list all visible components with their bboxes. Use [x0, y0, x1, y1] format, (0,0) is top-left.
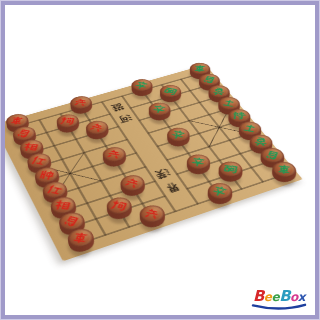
- piece-character: [169, 128, 188, 140]
- piece-character: [241, 122, 258, 133]
- piece-character: [109, 199, 129, 212]
- piece-character: [221, 98, 238, 108]
- piece-character: [264, 149, 282, 161]
- brand-letter: x: [298, 290, 305, 304]
- piece-character: [105, 148, 123, 159]
- piece-character: [9, 115, 26, 124]
- piece-character: [71, 231, 91, 244]
- river-text-char: [118, 114, 132, 123]
- piece-character: [151, 104, 167, 114]
- brand-letter: e: [264, 290, 272, 304]
- piece-character: [193, 64, 207, 72]
- piece-character: [29, 154, 49, 166]
- piece-character: [72, 97, 89, 107]
- brand-letter: B: [253, 287, 264, 305]
- river-text-char: [166, 182, 179, 192]
- piece-character: [142, 207, 161, 220]
- river-text-char: [155, 168, 171, 179]
- brand-letter: o: [290, 290, 298, 304]
- piece-character: [232, 111, 247, 120]
- piece-character: [210, 184, 230, 198]
- brand-logo: BeeBox: [247, 288, 311, 312]
- piece-character: [22, 141, 40, 151]
- piece-character: [44, 183, 64, 196]
- piece-character: [253, 136, 268, 146]
- piece-character: [122, 176, 142, 189]
- piece-character: [15, 128, 34, 139]
- piece-character: [61, 214, 82, 228]
- product-photo: BeeBox: [0, 0, 320, 320]
- piece-character: [212, 87, 226, 96]
- piece-character: [87, 121, 106, 133]
- piece-character: [222, 163, 239, 174]
- piece-character: [59, 116, 75, 125]
- piece-character: [276, 163, 292, 174]
- brand-letter: e: [272, 290, 280, 304]
- piece-character: [133, 80, 150, 90]
- piece-character: [37, 169, 55, 180]
- piece-character: [190, 156, 207, 167]
- brand-letter: B: [279, 287, 290, 305]
- piece-character: [201, 75, 217, 85]
- piece-character: [162, 86, 179, 96]
- piece-character: [54, 199, 73, 211]
- river-text-char: [111, 103, 124, 111]
